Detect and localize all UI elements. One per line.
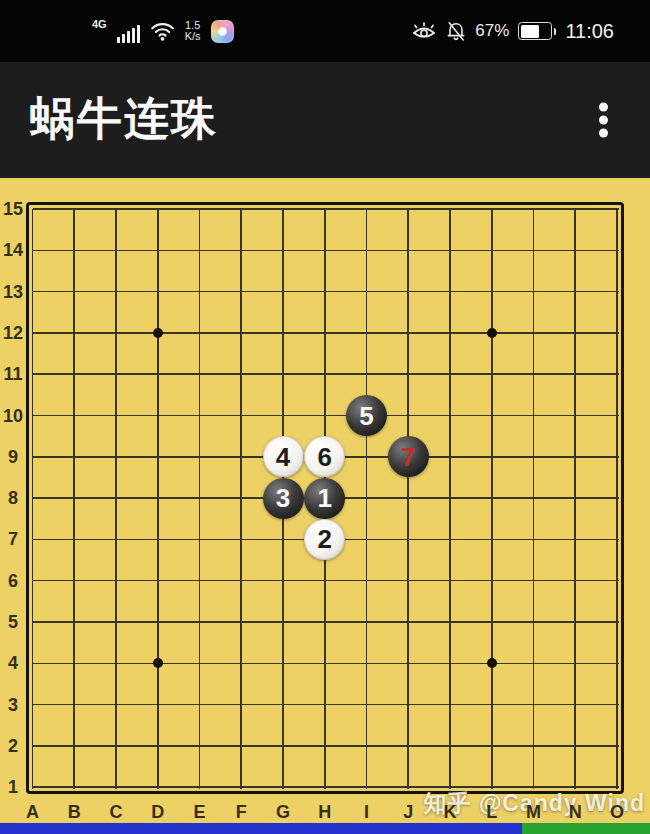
- col-coordinate-label: C: [104, 802, 128, 822]
- clock-label: 11:06: [565, 20, 614, 43]
- row-coordinate-label: 15: [2, 199, 24, 219]
- grid-hline: [33, 745, 619, 747]
- signal-strength-icon: [117, 24, 140, 43]
- stone-move-number: 1: [318, 485, 332, 511]
- row-coordinate-label: 11: [2, 364, 24, 384]
- network-type-label: 4G: [92, 18, 107, 30]
- grid-vline: [533, 209, 535, 789]
- grid-vline: [407, 209, 409, 789]
- col-coordinate-label: A: [21, 802, 45, 822]
- row-coordinate-label: 7: [2, 529, 24, 549]
- stone-move-number: 2: [318, 526, 332, 552]
- stone-move-number: 4: [276, 444, 290, 470]
- grid-hline: [33, 208, 619, 210]
- bottom-strip-blue: [0, 823, 522, 834]
- app-title: 蜗牛连珠: [30, 89, 218, 149]
- col-coordinate-label: F: [229, 802, 253, 822]
- status-left-group: 4G 1.5 K/s: [92, 20, 234, 43]
- stone-j9-move-7: 7: [388, 436, 429, 477]
- grid-vline: [73, 209, 75, 789]
- col-coordinate-label: D: [146, 802, 170, 822]
- grid-vline: [157, 209, 159, 789]
- renju-board[interactable]: 知乎 @Candy Wind 151413121110987654321ABCD…: [0, 178, 650, 823]
- running-app-thumbnail-icon: [211, 20, 234, 43]
- stone-g8-move-3: 3: [263, 478, 304, 519]
- star-point: [487, 658, 497, 668]
- grid-hline: [33, 621, 619, 623]
- kebab-dot: [599, 103, 608, 112]
- col-coordinate-label: N: [563, 802, 587, 822]
- grid-vline: [366, 209, 368, 789]
- stone-move-number: 5: [359, 403, 373, 429]
- stone-move-number: 6: [318, 444, 332, 470]
- wifi-icon: [150, 21, 175, 41]
- col-coordinate-label: G: [271, 802, 295, 822]
- eye-comfort-icon: [411, 21, 437, 42]
- row-coordinate-label: 3: [2, 695, 24, 715]
- battery-icon: [518, 22, 556, 40]
- grid-vline: [32, 209, 34, 789]
- row-coordinate-label: 6: [2, 571, 24, 591]
- notifications-off-icon: [446, 21, 466, 42]
- row-coordinate-label: 8: [2, 488, 24, 508]
- overflow-menu-button[interactable]: [593, 97, 614, 144]
- col-coordinate-label: B: [62, 802, 86, 822]
- col-coordinate-label: O: [605, 802, 629, 822]
- status-right-group: 67% 11:06: [411, 20, 614, 43]
- grid-hline: [33, 786, 619, 788]
- grid-hline: [33, 415, 619, 417]
- row-coordinate-label: 2: [2, 736, 24, 756]
- row-coordinate-label: 13: [2, 282, 24, 302]
- star-point: [487, 328, 497, 338]
- grid-hline: [33, 704, 619, 706]
- col-coordinate-label: K: [438, 802, 462, 822]
- status-bar: 4G 1.5 K/s: [0, 0, 650, 62]
- stone-h8-move-1: 1: [304, 478, 345, 519]
- kebab-dot: [599, 129, 608, 138]
- grid-vline: [115, 209, 117, 789]
- stone-move-number: 3: [276, 485, 290, 511]
- bottom-nav-strip: [0, 823, 650, 834]
- col-coordinate-label: M: [522, 802, 546, 822]
- col-coordinate-label: I: [355, 802, 379, 822]
- col-coordinate-label: E: [188, 802, 212, 822]
- battery-percent-label: 67%: [475, 21, 509, 41]
- grid-hline: [33, 373, 619, 375]
- row-coordinate-label: 9: [2, 447, 24, 467]
- network-speed: 1.5 K/s: [185, 20, 201, 43]
- star-point: [153, 658, 163, 668]
- grid-vline: [240, 209, 242, 789]
- row-coordinate-label: 12: [2, 323, 24, 343]
- grid-hline: [33, 332, 619, 334]
- row-coordinate-label: 14: [2, 240, 24, 260]
- row-coordinate-label: 4: [2, 653, 24, 673]
- app-title-bar: 蜗牛连珠: [0, 62, 650, 178]
- grid-vline: [616, 209, 618, 789]
- stone-move-number: 7: [401, 444, 415, 470]
- grid-hline: [33, 580, 619, 582]
- row-coordinate-label: 1: [2, 777, 24, 797]
- grid-vline: [199, 209, 201, 789]
- network-speed-unit: K/s: [185, 31, 201, 43]
- grid-hline: [33, 250, 619, 252]
- grid-hline: [33, 291, 619, 293]
- grid-hline: [33, 663, 619, 665]
- grid-vline: [449, 209, 451, 789]
- bottom-strip-green: [522, 823, 650, 834]
- col-coordinate-label: H: [313, 802, 337, 822]
- kebab-dot: [599, 116, 608, 125]
- row-coordinate-label: 10: [2, 406, 24, 426]
- stone-h7-move-2: 2: [304, 519, 345, 560]
- stone-g9-move-4: 4: [263, 436, 304, 477]
- col-coordinate-label: J: [396, 802, 420, 822]
- row-coordinate-label: 5: [2, 612, 24, 632]
- col-coordinate-label: L: [480, 802, 504, 822]
- stone-i10-move-5: 5: [346, 395, 387, 436]
- grid-vline: [491, 209, 493, 789]
- star-point: [153, 328, 163, 338]
- grid-vline: [574, 209, 576, 789]
